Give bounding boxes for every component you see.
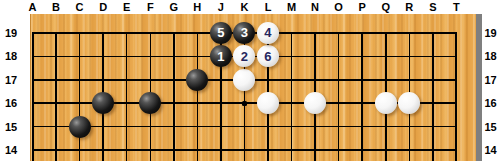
stone-black-J18[interactable]: 1	[210, 45, 232, 67]
row-label-left-16: 16	[0, 96, 22, 110]
column-label-B: B	[44, 0, 68, 13]
column-label-Q: Q	[374, 0, 398, 13]
stone-white-K18[interactable]: 2	[233, 45, 255, 67]
intersection-K18[interactable]: 2	[233, 45, 257, 68]
row-label-left-17: 17	[0, 73, 22, 87]
row-label-right-19: 19	[481, 26, 500, 40]
row-label-right-14: 14	[481, 143, 500, 157]
row-label-right-17: 17	[481, 73, 500, 87]
row-label-left-14: 14	[0, 143, 22, 157]
row-label-left-19: 19	[0, 26, 22, 40]
stone-black-J19[interactable]: 5	[210, 22, 232, 44]
intersection-Q16[interactable]	[374, 91, 398, 114]
column-label-O: O	[327, 0, 351, 13]
move-number-2: 2	[241, 49, 248, 64]
column-label-E: E	[115, 0, 139, 13]
intersection-K19[interactable]: 3	[233, 21, 257, 44]
stone-black-C15[interactable]	[69, 116, 91, 138]
row-label-right-15: 15	[481, 120, 500, 134]
stone-white-L19[interactable]: 4	[257, 22, 279, 44]
intersection-L18[interactable]: 6	[256, 45, 280, 68]
row-label-right-18: 18	[481, 49, 500, 63]
column-label-J: J	[209, 0, 233, 13]
stone-black-K19[interactable]: 3	[233, 22, 255, 44]
column-label-F: F	[138, 0, 162, 13]
row-label-left-18: 18	[0, 49, 22, 63]
intersection-N16[interactable]	[303, 91, 327, 114]
intersection-K17[interactable]	[233, 68, 257, 91]
stone-white-L18[interactable]: 6	[257, 45, 279, 67]
stone-white-N16[interactable]	[304, 92, 326, 114]
row-label-left-15: 15	[0, 120, 22, 134]
intersection-J19[interactable]: 5	[209, 21, 233, 44]
stone-white-K17[interactable]	[233, 69, 255, 91]
stone-white-R16[interactable]	[398, 92, 420, 114]
move-number-4: 4	[264, 25, 271, 40]
intersection-F16[interactable]	[138, 91, 162, 114]
move-number-1: 1	[217, 49, 224, 64]
intersection-J18[interactable]: 1	[209, 45, 233, 68]
column-label-A: A	[21, 0, 45, 13]
intersection-C15[interactable]	[68, 115, 92, 138]
column-label-K: K	[232, 0, 256, 13]
stone-black-D16[interactable]	[92, 92, 114, 114]
stone-black-H17[interactable]	[186, 69, 208, 91]
column-label-L: L	[256, 0, 280, 13]
column-label-M: M	[280, 0, 304, 13]
column-label-G: G	[162, 0, 186, 13]
column-label-N: N	[303, 0, 327, 13]
intersection-D16[interactable]	[91, 91, 115, 114]
intersection-L19[interactable]: 4	[256, 21, 280, 44]
column-label-C: C	[68, 0, 92, 13]
row-label-right-16: 16	[481, 96, 500, 110]
column-label-R: R	[397, 0, 421, 13]
column-label-D: D	[91, 0, 115, 13]
intersection-R16[interactable]	[397, 91, 421, 114]
column-label-H: H	[185, 0, 209, 13]
go-diagram: ABCDEFGHJKLMNOPQRST 19191818171716161515…	[0, 0, 500, 161]
stone-black-F16[interactable]	[139, 92, 161, 114]
stone-white-Q16[interactable]	[375, 92, 397, 114]
column-label-S: S	[421, 0, 445, 13]
move-number-6: 6	[264, 49, 271, 64]
intersection-H17[interactable]	[186, 68, 210, 91]
stone-white-L16[interactable]	[257, 92, 279, 114]
intersection-L16[interactable]	[256, 91, 280, 114]
board-intersections[interactable]: 153264	[21, 21, 468, 161]
move-number-5: 5	[217, 25, 224, 40]
column-label-T: T	[444, 0, 468, 13]
move-number-3: 3	[241, 25, 248, 40]
column-label-P: P	[350, 0, 374, 13]
